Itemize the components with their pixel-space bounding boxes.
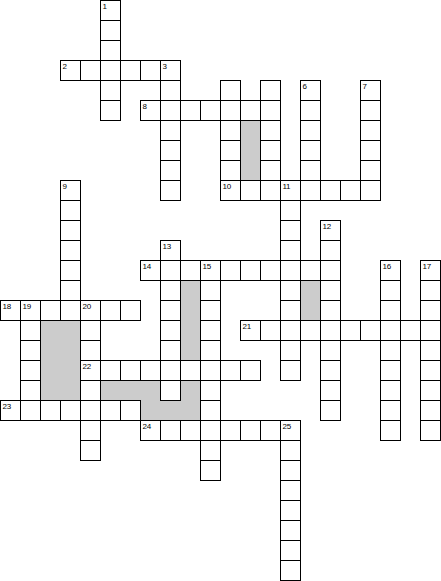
cell[interactable] — [360, 160, 381, 181]
cell[interactable] — [160, 260, 181, 281]
cell[interactable] — [300, 140, 321, 161]
shaded-cell — [160, 400, 180, 420]
cell[interactable]: 10 — [220, 180, 241, 201]
cell[interactable] — [380, 380, 401, 401]
cell[interactable] — [280, 360, 301, 381]
clue-number: 7 — [363, 82, 367, 91]
cell[interactable] — [360, 120, 381, 141]
cell[interactable] — [100, 400, 121, 421]
clue-number: 25 — [283, 422, 291, 431]
shaded-cell — [60, 340, 80, 360]
cell[interactable] — [420, 420, 441, 441]
shaded-cell — [180, 380, 200, 400]
cell[interactable] — [240, 420, 261, 441]
cell[interactable] — [100, 40, 121, 61]
cell[interactable] — [280, 480, 301, 501]
shaded-cell — [40, 380, 60, 400]
clue-number: 2 — [63, 62, 67, 71]
cell[interactable] — [360, 100, 381, 121]
clue-number: 20 — [83, 302, 91, 311]
cell[interactable] — [20, 380, 41, 401]
cell[interactable] — [180, 420, 201, 441]
cell[interactable] — [60, 260, 81, 281]
cell[interactable] — [260, 260, 281, 281]
cell[interactable]: 12 — [320, 220, 341, 241]
cell[interactable] — [320, 180, 341, 201]
cell[interactable]: 22 — [80, 360, 101, 381]
shaded-cell — [40, 360, 60, 380]
cell[interactable] — [420, 320, 441, 341]
cell[interactable] — [220, 360, 241, 381]
cell[interactable] — [320, 260, 341, 281]
cell[interactable] — [180, 100, 201, 121]
cell[interactable]: 16 — [380, 260, 401, 281]
cell[interactable] — [400, 320, 421, 341]
cell[interactable] — [120, 60, 141, 81]
cell[interactable] — [360, 180, 381, 201]
cell[interactable] — [320, 300, 341, 321]
cell[interactable] — [320, 320, 341, 341]
cell[interactable]: 24 — [140, 420, 161, 441]
shaded-cell — [40, 340, 60, 360]
cell[interactable] — [80, 440, 101, 461]
cell[interactable] — [420, 340, 441, 361]
cell[interactable]: 1 — [100, 0, 121, 21]
clue-number: 13 — [163, 242, 171, 251]
clue-number: 18 — [3, 302, 11, 311]
cell[interactable] — [160, 320, 181, 341]
clue-number: 21 — [243, 322, 251, 331]
cell[interactable]: 11 — [280, 180, 301, 201]
clue-number: 11 — [283, 182, 291, 191]
cell[interactable] — [200, 280, 221, 301]
cell[interactable] — [200, 460, 221, 481]
clue-number: 15 — [203, 262, 211, 271]
cell[interactable] — [160, 180, 181, 201]
clue-number: 19 — [23, 302, 31, 311]
cell[interactable] — [300, 180, 321, 201]
shaded-cell — [60, 380, 80, 400]
cell[interactable] — [220, 80, 241, 101]
clue-number: 1 — [103, 2, 107, 11]
cell[interactable]: 8 — [140, 100, 161, 121]
cell[interactable] — [220, 260, 241, 281]
cell[interactable] — [200, 440, 221, 461]
cell[interactable] — [320, 360, 341, 381]
cell[interactable] — [380, 340, 401, 361]
cell[interactable] — [300, 160, 321, 181]
cell[interactable] — [200, 300, 221, 321]
shaded-cell — [240, 120, 260, 140]
shaded-cell — [60, 360, 80, 380]
cell[interactable] — [280, 280, 301, 301]
cell[interactable] — [360, 320, 381, 341]
cell[interactable] — [140, 60, 161, 81]
shaded-cell — [40, 320, 60, 340]
cell[interactable] — [100, 20, 121, 41]
clue-number: 23 — [3, 402, 11, 411]
cell[interactable] — [160, 140, 181, 161]
clue-number: 22 — [83, 362, 91, 371]
cell[interactable] — [340, 180, 361, 201]
cell[interactable]: 13 — [160, 240, 181, 261]
cell[interactable] — [280, 340, 301, 361]
cell[interactable] — [280, 440, 301, 461]
cell[interactable] — [200, 420, 221, 441]
shaded-cell — [300, 300, 320, 320]
cell[interactable] — [260, 140, 281, 161]
cell[interactable] — [160, 280, 181, 301]
cell[interactable] — [60, 300, 81, 321]
cell[interactable]: 15 — [200, 260, 221, 281]
cell[interactable] — [420, 280, 441, 301]
cell[interactable] — [280, 460, 301, 481]
cell[interactable] — [260, 420, 281, 441]
cell[interactable] — [160, 160, 181, 181]
shaded-cell — [100, 380, 120, 400]
cell[interactable] — [160, 420, 181, 441]
cell[interactable] — [320, 240, 341, 261]
cell[interactable] — [300, 260, 321, 281]
cell[interactable] — [60, 220, 81, 241]
cell[interactable] — [80, 340, 101, 361]
shaded-cell — [180, 340, 200, 360]
cell[interactable] — [80, 60, 101, 81]
shaded-cell — [180, 320, 200, 340]
cell[interactable] — [120, 300, 141, 321]
cell[interactable] — [20, 360, 41, 381]
cell[interactable] — [100, 60, 121, 81]
cell[interactable] — [280, 540, 301, 561]
cell[interactable] — [280, 500, 301, 521]
cell[interactable] — [260, 80, 281, 101]
cell[interactable] — [60, 400, 81, 421]
cell[interactable] — [220, 160, 241, 181]
cell[interactable] — [100, 100, 121, 121]
cell[interactable] — [40, 400, 61, 421]
cell[interactable] — [260, 100, 281, 121]
cell[interactable] — [160, 100, 181, 121]
cell[interactable] — [380, 280, 401, 301]
cell[interactable] — [200, 400, 221, 421]
cell[interactable] — [320, 400, 341, 421]
cell[interactable] — [120, 400, 141, 421]
cell[interactable] — [380, 320, 401, 341]
cell[interactable]: 21 — [240, 320, 261, 341]
cell[interactable] — [240, 260, 261, 281]
cell[interactable] — [280, 320, 301, 341]
cell[interactable]: 18 — [0, 300, 21, 321]
cell[interactable] — [220, 120, 241, 141]
cell[interactable] — [80, 400, 101, 421]
clue-number: 3 — [163, 62, 167, 71]
cell[interactable] — [280, 260, 301, 281]
cell[interactable]: 7 — [360, 80, 381, 101]
shaded-cell — [300, 280, 320, 300]
cell[interactable]: 9 — [60, 180, 81, 201]
cell[interactable] — [280, 520, 301, 541]
shaded-cell — [120, 380, 140, 400]
clue-number: 14 — [143, 262, 151, 271]
cell[interactable]: 3 — [160, 60, 181, 81]
cell[interactable] — [100, 80, 121, 101]
cell[interactable] — [220, 420, 241, 441]
shaded-cell — [180, 400, 200, 420]
cell[interactable] — [60, 240, 81, 261]
cell[interactable] — [200, 360, 221, 381]
cell[interactable] — [200, 100, 221, 121]
cell[interactable]: 6 — [300, 80, 321, 101]
cell[interactable] — [260, 180, 281, 201]
cell[interactable] — [80, 420, 101, 441]
shaded-cell — [140, 380, 160, 400]
cell[interactable] — [200, 340, 221, 361]
cell[interactable] — [120, 360, 141, 381]
cell[interactable] — [20, 320, 41, 341]
cell[interactable] — [260, 120, 281, 141]
cell[interactable] — [180, 260, 201, 281]
shaded-cell — [240, 140, 260, 160]
clue-number: 17 — [423, 262, 431, 271]
cell[interactable] — [80, 380, 101, 401]
shaded-cell — [140, 400, 160, 420]
shaded-cell — [240, 160, 260, 180]
cell[interactable] — [200, 380, 221, 401]
cell[interactable] — [100, 300, 121, 321]
cell[interactable] — [20, 400, 41, 421]
cell[interactable] — [300, 100, 321, 121]
cell[interactable] — [200, 320, 221, 341]
cell[interactable] — [160, 340, 181, 361]
cell[interactable] — [40, 300, 61, 321]
clue-number: 6 — [303, 82, 307, 91]
cell[interactable]: 19 — [20, 300, 41, 321]
cell[interactable]: 14 — [140, 260, 161, 281]
cell[interactable] — [380, 420, 401, 441]
clue-number: 24 — [143, 422, 151, 431]
clue-number: 8 — [143, 102, 147, 111]
clue-number: 10 — [223, 182, 231, 191]
cell[interactable]: 17 — [420, 260, 441, 281]
cell[interactable] — [240, 180, 261, 201]
cell[interactable] — [180, 360, 201, 381]
cell[interactable] — [360, 140, 381, 161]
cell[interactable] — [380, 400, 401, 421]
cell[interactable] — [160, 120, 181, 141]
cell[interactable] — [280, 300, 301, 321]
cell[interactable] — [100, 360, 121, 381]
cell[interactable] — [220, 140, 241, 161]
cell[interactable] — [60, 280, 81, 301]
cell[interactable] — [260, 160, 281, 181]
clue-number: 16 — [383, 262, 391, 271]
cell[interactable] — [380, 360, 401, 381]
cell[interactable] — [280, 240, 301, 261]
cell[interactable] — [160, 380, 181, 401]
cell[interactable] — [420, 300, 441, 321]
shaded-cell — [60, 320, 80, 340]
cell[interactable]: 23 — [0, 400, 21, 421]
shaded-cell — [180, 280, 200, 300]
cell[interactable] — [280, 220, 301, 241]
shaded-cell — [180, 300, 200, 320]
cell[interactable] — [420, 380, 441, 401]
clue-number: 12 — [323, 222, 331, 231]
cell[interactable] — [140, 360, 161, 381]
cell[interactable] — [300, 120, 321, 141]
cell[interactable] — [20, 340, 41, 361]
cell[interactable] — [220, 100, 241, 121]
cell[interactable] — [260, 320, 281, 341]
cell[interactable] — [340, 320, 361, 341]
cell[interactable] — [240, 100, 261, 121]
cell[interactable]: 2 — [60, 60, 81, 81]
cell[interactable] — [300, 320, 321, 341]
cell[interactable] — [80, 320, 101, 341]
clue-number: 9 — [63, 182, 67, 191]
cell[interactable] — [420, 360, 441, 381]
cell[interactable] — [320, 340, 341, 361]
cell[interactable] — [320, 380, 341, 401]
cell[interactable]: 20 — [80, 300, 101, 321]
cell[interactable] — [380, 300, 401, 321]
cell[interactable] — [320, 280, 341, 301]
cell[interactable] — [160, 80, 181, 101]
cell[interactable] — [420, 400, 441, 421]
crossword-board: 123678910111213141516171819202122232425 — [0, 0, 441, 581]
cell[interactable] — [160, 300, 181, 321]
cell[interactable] — [60, 200, 81, 221]
cell[interactable]: 25 — [280, 420, 301, 441]
cell[interactable] — [280, 560, 301, 581]
cell[interactable] — [280, 200, 301, 221]
cell[interactable] — [160, 360, 181, 381]
cell[interactable] — [240, 360, 261, 381]
